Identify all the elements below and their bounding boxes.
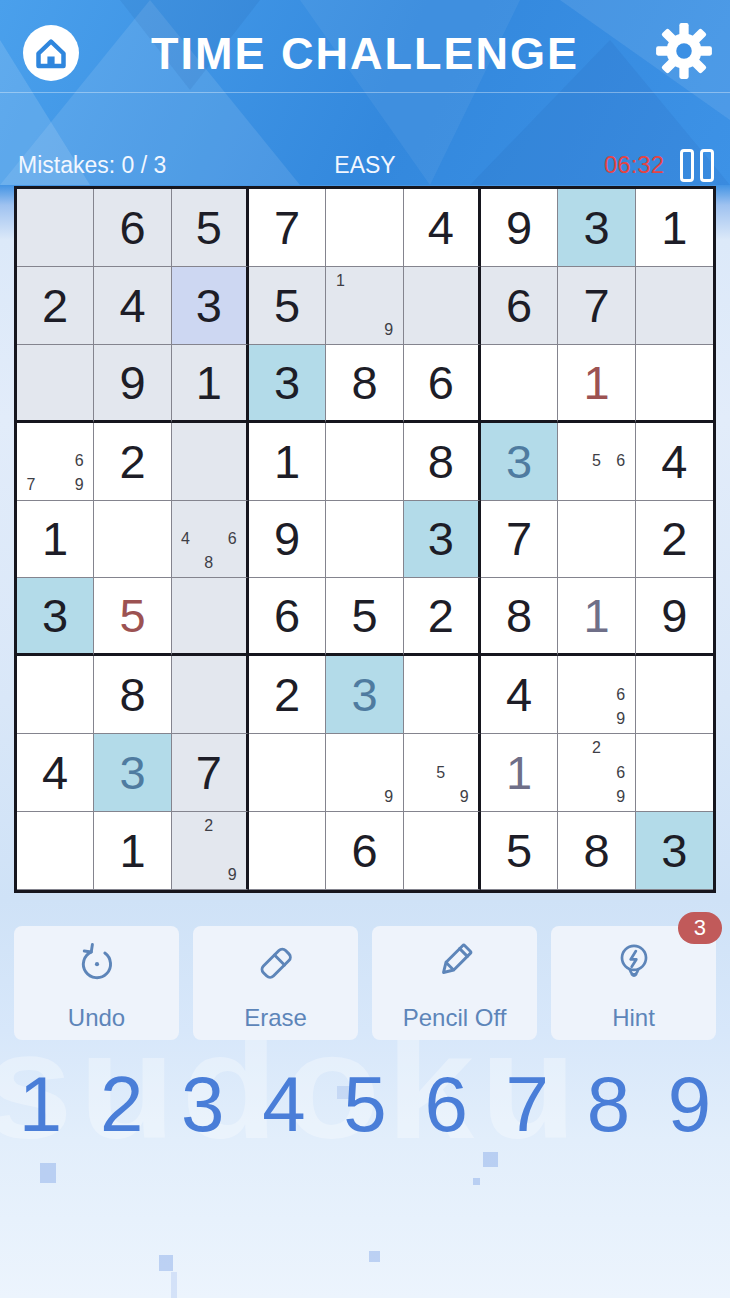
cell-r7c1[interactable]: [17, 656, 94, 734]
cell-r2c3[interactable]: 3: [172, 267, 249, 345]
cell-r1c3[interactable]: 5: [172, 189, 249, 267]
cell-r4c4[interactable]: 1: [249, 423, 326, 501]
cell-r6c3[interactable]: [172, 578, 249, 656]
cell-r4c1[interactable]: 679: [17, 423, 94, 501]
cell-digit: 6: [428, 359, 454, 406]
cell-r2c7[interactable]: 6: [481, 267, 558, 345]
number-pad: 1 2 3 4 5 6 7 8 9: [0, 1052, 730, 1156]
gear-icon: [656, 23, 712, 79]
difficulty-label: EASY: [334, 152, 395, 179]
decor-square: [40, 1163, 56, 1183]
cell-r5c9[interactable]: 2: [636, 501, 713, 579]
cell-digit: 1: [506, 749, 532, 796]
cell-r4c3[interactable]: [172, 423, 249, 501]
cell-r3c2[interactable]: 9: [94, 345, 171, 423]
cell-r4c2[interactable]: 2: [94, 423, 171, 501]
cell-r4c8[interactable]: 56: [558, 423, 635, 501]
cell-r5c5[interactable]: [326, 501, 403, 579]
cell-digit: 3: [661, 827, 687, 874]
cell-digit: 1: [661, 204, 687, 251]
pencil-icon: [432, 938, 478, 984]
pause-button[interactable]: [680, 149, 714, 182]
cell-r4c7[interactable]: 3: [481, 423, 558, 501]
eraser-icon: [253, 938, 299, 984]
cell-digit: 2: [119, 438, 145, 485]
pencil-toggle-button[interactable]: Pencil Off: [372, 926, 537, 1040]
cell-r1c7[interactable]: 9: [481, 189, 558, 267]
cell-digit: 1: [274, 438, 300, 485]
cell-digit: 2: [661, 515, 687, 562]
cell-r1c1[interactable]: [17, 189, 94, 267]
cell-r7c6[interactable]: [404, 656, 481, 734]
numpad-3[interactable]: 3: [181, 1065, 224, 1143]
cell-r3c8[interactable]: 1: [558, 345, 635, 423]
cell-r1c8[interactable]: 3: [558, 189, 635, 267]
cell-r8c6[interactable]: 59: [404, 734, 481, 812]
hint-count-badge: 3: [678, 912, 722, 944]
pause-icon: [700, 149, 714, 182]
undo-button[interactable]: Undo: [14, 926, 179, 1040]
page-title: TIME CHALLENGE: [0, 28, 730, 80]
cell-r4c5[interactable]: [326, 423, 403, 501]
cell-digit: 4: [119, 282, 145, 329]
pencil-marks: 59: [406, 736, 476, 809]
cell-r5c1[interactable]: 1: [17, 501, 94, 579]
cell-r7c7[interactable]: 4: [481, 656, 558, 734]
cell-digit: 9: [661, 592, 687, 639]
numpad-5[interactable]: 5: [343, 1065, 386, 1143]
cell-r7c8[interactable]: 69: [558, 656, 635, 734]
numpad-1[interactable]: 1: [19, 1065, 62, 1143]
toolbar: Undo Erase Pencil Off 3 Hint: [14, 926, 716, 1040]
cell-r3c5[interactable]: 8: [326, 345, 403, 423]
cell-digit: 4: [42, 749, 68, 796]
undo-label: Undo: [68, 1004, 125, 1032]
cell-digit: 3: [583, 204, 609, 251]
cell-digit: 6: [506, 282, 532, 329]
cell-r8c5[interactable]: 9: [326, 734, 403, 812]
cell-r2c1[interactable]: 2: [17, 267, 94, 345]
cell-r2c5[interactable]: 19: [326, 267, 403, 345]
cell-digit: 6: [351, 827, 377, 874]
cell-r5c4[interactable]: 9: [249, 501, 326, 579]
hint-label: Hint: [612, 1004, 655, 1032]
cell-r2c9[interactable]: [636, 267, 713, 345]
cell-digit: 1: [42, 515, 68, 562]
numpad-9[interactable]: 9: [668, 1065, 711, 1143]
cell-r2c2[interactable]: 4: [94, 267, 171, 345]
cell-digit: 7: [583, 282, 609, 329]
numpad-4[interactable]: 4: [262, 1065, 305, 1143]
cell-digit: 3: [428, 515, 454, 562]
cell-r6c9[interactable]: 9: [636, 578, 713, 656]
cell-digit: 2: [274, 671, 300, 718]
cell-r3c4[interactable]: 3: [249, 345, 326, 423]
pencil-marks: 269: [560, 736, 632, 809]
cell-r9c3[interactable]: 29: [172, 812, 249, 890]
cell-r4c6[interactable]: 8: [404, 423, 481, 501]
cell-digit: 1: [583, 359, 609, 406]
header-divider: [0, 92, 730, 93]
cell-r1c9[interactable]: 1: [636, 189, 713, 267]
cell-digit: 8: [506, 592, 532, 639]
pencil-marks: 19: [328, 269, 400, 342]
cell-digit: 1: [119, 827, 145, 874]
pencil-marks: 29: [174, 814, 244, 887]
sudoku-app: { "game": "sudoku", "position": "0657049…: [0, 0, 730, 1298]
cell-r6c5[interactable]: 5: [326, 578, 403, 656]
cell-r2c8[interactable]: 7: [558, 267, 635, 345]
cell-r6c7[interactable]: 8: [481, 578, 558, 656]
cell-r9c2[interactable]: 1: [94, 812, 171, 890]
numpad-2[interactable]: 2: [100, 1065, 143, 1143]
cell-r2c6[interactable]: [404, 267, 481, 345]
cell-r5c2[interactable]: [94, 501, 171, 579]
pencil-toggle-label: Pencil Off: [403, 1004, 507, 1032]
cell-digit: 7: [506, 515, 532, 562]
cell-r9c6[interactable]: [404, 812, 481, 890]
cell-r1c6[interactable]: 4: [404, 189, 481, 267]
cell-digit: 3: [506, 438, 532, 485]
cell-r1c5[interactable]: [326, 189, 403, 267]
cell-r2c4[interactable]: 5: [249, 267, 326, 345]
erase-label: Erase: [244, 1004, 307, 1032]
pencil-marks: 679: [19, 425, 91, 498]
cell-r7c2[interactable]: 8: [94, 656, 171, 734]
cell-r8c9[interactable]: [636, 734, 713, 812]
cell-r1c2[interactable]: 6: [94, 189, 171, 267]
cell-digit: 4: [506, 671, 532, 718]
erase-button[interactable]: Erase: [193, 926, 358, 1040]
hint-button[interactable]: 3 Hint: [551, 926, 716, 1040]
numpad-7[interactable]: 7: [506, 1065, 549, 1143]
cell-digit: 5: [274, 282, 300, 329]
cell-digit: 3: [351, 671, 377, 718]
cell-digit: 7: [196, 749, 222, 796]
pencil-marks: 56: [560, 425, 632, 498]
mistakes-counter: Mistakes: 0 / 3: [0, 152, 166, 179]
sudoku-board: 6574931243519679138616792183564146893723…: [14, 186, 716, 893]
cell-r5c3[interactable]: 468: [172, 501, 249, 579]
cell-r6c2[interactable]: 5: [94, 578, 171, 656]
cell-r3c9[interactable]: [636, 345, 713, 423]
decor-square: [159, 1255, 173, 1271]
cell-digit: 9: [274, 515, 300, 562]
cell-digit: 5: [119, 592, 145, 639]
cell-digit: 3: [119, 749, 145, 796]
cell-digit: 7: [274, 204, 300, 251]
cell-r8c4[interactable]: [249, 734, 326, 812]
cell-r7c4[interactable]: 2: [249, 656, 326, 734]
cell-digit: 5: [196, 204, 222, 251]
status-bar: Mistakes: 0 / 3 EASY 06:32: [0, 146, 730, 184]
cell-r5c6[interactable]: 3: [404, 501, 481, 579]
pencil-marks: 468: [174, 503, 244, 576]
cell-digit: 1: [196, 359, 222, 406]
cell-r8c8[interactable]: 269: [558, 734, 635, 812]
cell-r3c3[interactable]: 1: [172, 345, 249, 423]
cell-digit: 2: [428, 592, 454, 639]
hint-bulb-icon: [611, 938, 657, 984]
pencil-marks: 69: [560, 658, 632, 731]
timer: 06:32: [604, 151, 664, 179]
cell-r3c7[interactable]: [481, 345, 558, 423]
decor-square: [171, 1272, 177, 1298]
cell-r8c7[interactable]: 1: [481, 734, 558, 812]
cell-r9c5[interactable]: 6: [326, 812, 403, 890]
cell-r5c8[interactable]: [558, 501, 635, 579]
cell-digit: 8: [119, 671, 145, 718]
cell-digit: 5: [351, 592, 377, 639]
cell-digit: 3: [196, 282, 222, 329]
cell-r8c1[interactable]: 4: [17, 734, 94, 812]
cell-r9c7[interactable]: 5: [481, 812, 558, 890]
cell-r3c1[interactable]: [17, 345, 94, 423]
decor-square: [369, 1251, 380, 1262]
cell-digit: 9: [506, 204, 532, 251]
cell-r6c4[interactable]: 6: [249, 578, 326, 656]
cell-digit: 8: [428, 438, 454, 485]
cell-r3c6[interactable]: 6: [404, 345, 481, 423]
cell-r9c9[interactable]: 3: [636, 812, 713, 890]
cell-digit: 6: [274, 592, 300, 639]
cell-digit: 3: [274, 359, 300, 406]
cell-r6c6[interactable]: 2: [404, 578, 481, 656]
cell-digit: 9: [119, 359, 145, 406]
cell-r8c2[interactable]: 3: [94, 734, 171, 812]
pencil-marks: 9: [328, 736, 400, 809]
cell-r7c9[interactable]: [636, 656, 713, 734]
cell-digit: 4: [661, 438, 687, 485]
cell-digit: 2: [42, 282, 68, 329]
cell-r7c5[interactable]: 3: [326, 656, 403, 734]
cell-r8c3[interactable]: 7: [172, 734, 249, 812]
cell-r5c7[interactable]: 7: [481, 501, 558, 579]
pause-icon: [680, 149, 694, 182]
cell-r7c3[interactable]: [172, 656, 249, 734]
cell-r6c8[interactable]: 1: [558, 578, 635, 656]
cell-digit: 5: [506, 827, 532, 874]
cell-r1c4[interactable]: 7: [249, 189, 326, 267]
cell-r9c8[interactable]: 8: [558, 812, 635, 890]
cell-digit: 4: [428, 204, 454, 251]
cell-digit: 8: [351, 359, 377, 406]
cell-r4c9[interactable]: 4: [636, 423, 713, 501]
cell-digit: 8: [583, 827, 609, 874]
numpad-6[interactable]: 6: [424, 1065, 467, 1143]
cell-digit: 1: [583, 592, 609, 639]
settings-button[interactable]: [653, 20, 715, 82]
numpad-8[interactable]: 8: [587, 1065, 630, 1143]
cell-r9c1[interactable]: [17, 812, 94, 890]
cell-r9c4[interactable]: [249, 812, 326, 890]
cell-digit: 6: [119, 204, 145, 251]
undo-icon: [74, 938, 120, 984]
cell-digit: 3: [42, 592, 68, 639]
decor-square: [473, 1178, 480, 1185]
cell-r6c1[interactable]: 3: [17, 578, 94, 656]
